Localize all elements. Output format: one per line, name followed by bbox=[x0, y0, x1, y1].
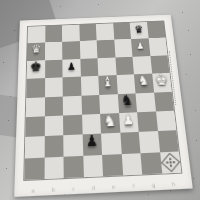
square-h7[interactable] bbox=[148, 38, 167, 56]
square-a2[interactable] bbox=[25, 136, 44, 158]
square-g7[interactable]: ♟ bbox=[131, 39, 150, 57]
square-c3[interactable] bbox=[63, 115, 82, 136]
square-h3[interactable] bbox=[156, 111, 177, 132]
white-pawn-g7[interactable]: ♟ bbox=[136, 41, 144, 50]
file-label-d: d bbox=[83, 184, 103, 192]
square-g4[interactable] bbox=[135, 92, 155, 112]
white-knight-g5[interactable]: ♞ bbox=[138, 74, 150, 87]
white-king-h5[interactable]: ♚ bbox=[154, 72, 168, 88]
square-c2[interactable] bbox=[63, 135, 83, 157]
square-b5[interactable] bbox=[45, 77, 63, 96]
chess-board: ♛♛♟♚♟♝♞♚♞♞♟♟ abcdefgh bbox=[14, 15, 193, 197]
square-g5[interactable]: ♞ bbox=[134, 74, 154, 93]
square-f7[interactable] bbox=[114, 39, 133, 57]
square-g8[interactable]: ♛ bbox=[130, 22, 149, 39]
vinyl-mat-border: ♛♛♟♚♟♝♞♚♞♞♟♟ abcdefgh bbox=[14, 15, 193, 197]
square-e8[interactable] bbox=[96, 23, 114, 40]
square-e3[interactable]: ♞ bbox=[100, 113, 120, 134]
square-c1[interactable] bbox=[63, 155, 83, 178]
square-h2[interactable] bbox=[158, 130, 179, 152]
square-a3[interactable] bbox=[25, 116, 44, 137]
black-knight-f4[interactable]: ♞ bbox=[121, 93, 134, 108]
square-g3[interactable] bbox=[137, 111, 157, 132]
file-label-a: a bbox=[23, 187, 43, 195]
square-d4[interactable] bbox=[81, 95, 100, 115]
square-e5[interactable]: ♝ bbox=[98, 75, 117, 94]
square-a1[interactable] bbox=[24, 157, 44, 180]
file-label-b: b bbox=[43, 186, 63, 194]
square-b1[interactable] bbox=[44, 156, 64, 179]
square-b8[interactable] bbox=[45, 25, 62, 42]
square-f3[interactable]: ♟ bbox=[119, 112, 139, 133]
square-d2[interactable]: ♟ bbox=[82, 134, 102, 156]
black-queen-g8[interactable]: ♛ bbox=[134, 24, 143, 34]
square-f1[interactable] bbox=[121, 153, 142, 175]
square-e2[interactable] bbox=[101, 133, 121, 155]
square-a6[interactable]: ♚ bbox=[27, 60, 45, 79]
square-f5[interactable] bbox=[116, 74, 135, 93]
square-f2[interactable] bbox=[120, 132, 141, 154]
square-b3[interactable] bbox=[44, 115, 63, 136]
square-h8[interactable] bbox=[147, 21, 166, 38]
file-labels: abcdefgh bbox=[23, 180, 184, 194]
square-a8[interactable] bbox=[28, 26, 45, 43]
black-pawn-c6[interactable]: ♟ bbox=[67, 61, 76, 71]
photo-noise-speckles bbox=[0, 0, 1, 1]
square-g2[interactable] bbox=[139, 131, 160, 153]
file-label-e: e bbox=[103, 183, 123, 191]
white-pawn-f3[interactable]: ♟ bbox=[122, 113, 134, 127]
square-b4[interactable] bbox=[44, 96, 63, 116]
file-label-g: g bbox=[143, 181, 164, 189]
square-b2[interactable] bbox=[44, 135, 63, 157]
square-d5[interactable] bbox=[80, 76, 99, 95]
square-h4[interactable] bbox=[154, 91, 174, 111]
board-photo: ♛♛♟♚♟♝♞♚♞♞♟♟ abcdefgh bbox=[0, 0, 200, 200]
white-queen-a7[interactable]: ♛ bbox=[31, 44, 41, 56]
square-g6[interactable] bbox=[132, 56, 151, 75]
square-d1[interactable] bbox=[83, 155, 103, 178]
square-f8[interactable] bbox=[113, 23, 131, 40]
white-bishop-e5[interactable]: ♝ bbox=[102, 76, 114, 90]
square-g1[interactable] bbox=[140, 152, 161, 174]
white-knight-e3[interactable]: ♞ bbox=[103, 112, 117, 129]
black-king-a6[interactable]: ♚ bbox=[30, 60, 42, 74]
square-e1[interactable] bbox=[102, 154, 123, 176]
square-c5[interactable] bbox=[63, 77, 81, 96]
square-b7[interactable] bbox=[45, 42, 63, 60]
square-h1[interactable] bbox=[160, 151, 182, 173]
square-c7[interactable] bbox=[62, 41, 80, 59]
square-a4[interactable] bbox=[26, 97, 45, 117]
square-d7[interactable] bbox=[79, 41, 97, 59]
square-c8[interactable] bbox=[62, 25, 79, 42]
square-f6[interactable] bbox=[115, 57, 134, 76]
file-label-f: f bbox=[123, 182, 144, 190]
square-f4[interactable]: ♞ bbox=[117, 93, 137, 113]
square-d6[interactable] bbox=[80, 58, 98, 77]
black-pawn-d2[interactable]: ♟ bbox=[86, 134, 98, 150]
square-b6[interactable] bbox=[45, 59, 63, 78]
square-c6[interactable]: ♟ bbox=[62, 59, 80, 78]
square-c4[interactable] bbox=[63, 95, 82, 115]
square-d8[interactable] bbox=[79, 24, 97, 41]
square-h5[interactable]: ♚ bbox=[152, 73, 172, 92]
square-a5[interactable] bbox=[26, 78, 44, 97]
file-label-c: c bbox=[63, 185, 83, 193]
file-label-h: h bbox=[163, 180, 184, 188]
chess-grid: ♛♛♟♚♟♝♞♚♞♞♟♟ bbox=[23, 20, 182, 181]
square-e7[interactable] bbox=[97, 40, 115, 58]
board-maker-logo bbox=[161, 153, 180, 172]
